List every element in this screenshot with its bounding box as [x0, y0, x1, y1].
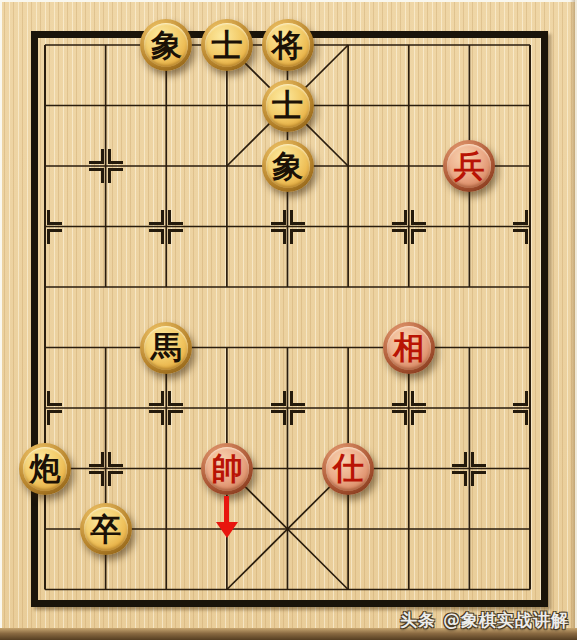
piece-black-horse[interactable]: 馬: [140, 322, 192, 374]
watermark-text: 头条 @象棋实战讲解: [400, 609, 569, 632]
piece-black-general[interactable]: 将: [262, 19, 314, 71]
piece-glyph: 士: [272, 90, 303, 121]
piece-red-elephant[interactable]: 相: [383, 322, 435, 374]
piece-glyph: 士: [211, 30, 242, 61]
piece-glyph: 象: [151, 30, 182, 61]
piece-glyph: 帥: [211, 453, 242, 484]
piece-black-elephant[interactable]: 象: [140, 19, 192, 71]
board-surface[interactable]: 象士将士象兵馬相炮帥仕卒: [15, 15, 561, 620]
piece-black-soldier[interactable]: 卒: [80, 503, 132, 555]
piece-black-advisor[interactable]: 士: [262, 80, 314, 132]
piece-glyph: 象: [272, 151, 303, 182]
piece-glyph: 卒: [90, 514, 121, 545]
piece-glyph: 将: [272, 30, 303, 61]
piece-black-advisor[interactable]: 士: [201, 19, 253, 71]
piece-glyph: 相: [393, 332, 424, 363]
piece-red-advisor[interactable]: 仕: [322, 443, 374, 495]
piece-red-soldier[interactable]: 兵: [443, 140, 495, 192]
piece-glyph: 仕: [333, 453, 364, 484]
move-arrow: [216, 496, 238, 539]
piece-black-cannon[interactable]: 炮: [19, 443, 71, 495]
piece-glyph: 炮: [30, 453, 61, 484]
piece-glyph: 馬: [151, 332, 182, 363]
piece-black-elephant[interactable]: 象: [262, 140, 314, 192]
piece-red-general[interactable]: 帥: [201, 443, 253, 495]
piece-glyph: 兵: [454, 151, 485, 182]
